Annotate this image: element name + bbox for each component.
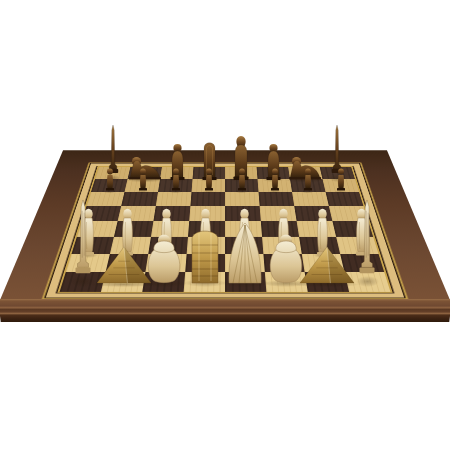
piece-white-queen-d1[interactable]: [187, 223, 223, 285]
chess-set-photo: [0, 0, 450, 450]
piece-black-pawn-h7[interactable]: [335, 168, 347, 191]
piece-black-pawn-c7[interactable]: [170, 168, 182, 191]
board-frame-molding: [0, 299, 450, 322]
piece-white-knight-g1[interactable]: [298, 245, 356, 285]
piece-black-pawn-f7[interactable]: [269, 168, 281, 191]
piece-black-pawn-e7[interactable]: [236, 168, 248, 191]
piece-white-rook-a1[interactable]: [73, 199, 93, 285]
square-b6[interactable]: [121, 192, 158, 206]
piece-white-bishop-c1[interactable]: [144, 229, 184, 285]
square-f6[interactable]: [259, 192, 295, 206]
square-g6[interactable]: [292, 192, 329, 206]
piece-white-king-e1[interactable]: [224, 221, 266, 285]
square-d6[interactable]: [190, 192, 225, 206]
piece-black-pawn-d7[interactable]: [203, 168, 215, 191]
piece-black-pawn-g7[interactable]: [302, 168, 314, 191]
piece-black-pawn-b7[interactable]: [137, 168, 149, 191]
piece-white-rook-h1[interactable]: [357, 199, 377, 285]
piece-black-pawn-a7[interactable]: [104, 168, 116, 191]
square-c6[interactable]: [156, 192, 192, 206]
square-e6[interactable]: [225, 192, 260, 206]
